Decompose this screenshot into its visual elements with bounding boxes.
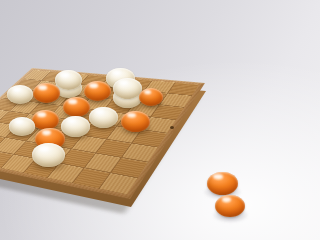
piece-disc [139,88,163,106]
orange-man[interactable]: ⛂ [63,97,90,117]
cream-man[interactable]: ⛀ [9,117,35,136]
orange-man[interactable]: ⛂ [32,110,59,130]
cream-man[interactable]: ⛀ [7,85,33,104]
cream-man[interactable]: ⛀ [32,143,65,167]
wood-knot-speck [170,126,174,129]
captured-orange-man[interactable]: ⛂ [215,195,240,217]
orange-man[interactable]: ⛂ [139,88,163,106]
piece-disc [32,110,59,130]
captured-orange-man[interactable]: ⛂ [207,172,238,195]
piece-disc [7,85,33,104]
piece-disc [89,107,118,128]
piece-disc [207,172,238,195]
piece-disc [32,143,65,167]
piece-disc [9,117,35,136]
orange-man[interactable]: ⛂ [121,111,150,132]
piece-disc [215,195,240,217]
piece-disc [121,111,150,132]
piece-disc [113,78,142,99]
scene: ⛀⛂⛁⛂⛀⛁⛂⛂⛂⛀⛂⛀⛂⛀⛀⛂⛂ [0,0,240,240]
piece-disc [63,97,90,117]
cream-man[interactable]: ⛀ [89,107,118,128]
